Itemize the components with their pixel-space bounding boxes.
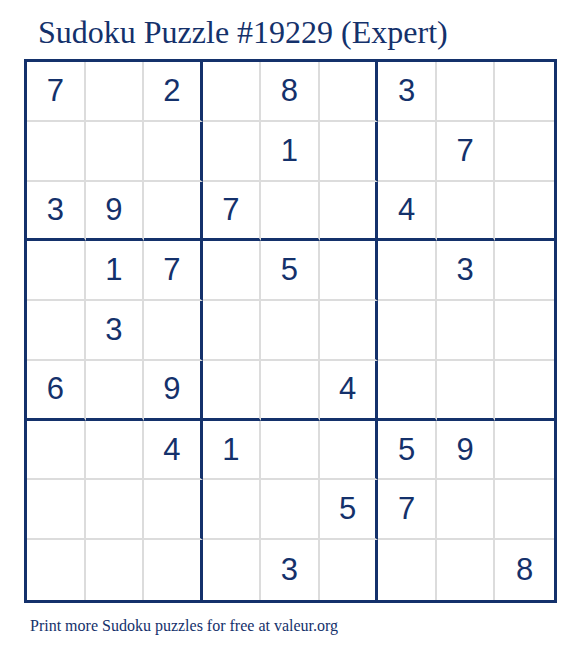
cell-r4c3[interactable]: 7	[144, 241, 203, 301]
cell-r2c6[interactable]	[320, 122, 379, 182]
cell-r5c5[interactable]	[261, 301, 320, 361]
cell-r1c5[interactable]: 8	[261, 62, 320, 122]
cell-r2c9[interactable]	[495, 122, 554, 182]
cell-r3c1[interactable]: 3	[27, 182, 86, 242]
cell-r3c2[interactable]: 9	[86, 182, 145, 242]
cell-r6c8[interactable]	[437, 361, 496, 421]
cell-r6c6[interactable]: 4	[320, 361, 379, 421]
cell-r8c8[interactable]	[437, 480, 496, 540]
cell-r9c1[interactable]	[27, 540, 86, 600]
cell-r2c4[interactable]	[203, 122, 262, 182]
cell-r3c5[interactable]	[261, 182, 320, 242]
cell-r3c6[interactable]	[320, 182, 379, 242]
cell-r7c1[interactable]	[27, 421, 86, 481]
cell-r9c5[interactable]: 3	[261, 540, 320, 600]
cell-r6c9[interactable]	[495, 361, 554, 421]
cell-r6c7[interactable]	[378, 361, 437, 421]
cell-r2c2[interactable]	[86, 122, 145, 182]
cell-r9c7[interactable]	[378, 540, 437, 600]
cell-r8c7[interactable]: 7	[378, 480, 437, 540]
cell-r1c4[interactable]	[203, 62, 262, 122]
cell-r1c3[interactable]: 2	[144, 62, 203, 122]
cell-r9c3[interactable]	[144, 540, 203, 600]
cell-r1c1[interactable]: 7	[27, 62, 86, 122]
cell-r3c7[interactable]: 4	[378, 182, 437, 242]
cell-r7c3[interactable]: 4	[144, 421, 203, 481]
cell-r2c8[interactable]: 7	[437, 122, 496, 182]
cell-r4c4[interactable]	[203, 241, 262, 301]
cell-r4c6[interactable]	[320, 241, 379, 301]
cell-r8c4[interactable]	[203, 480, 262, 540]
cell-r4c5[interactable]: 5	[261, 241, 320, 301]
cell-r8c6[interactable]: 5	[320, 480, 379, 540]
cell-r6c3[interactable]: 9	[144, 361, 203, 421]
cell-r7c2[interactable]	[86, 421, 145, 481]
cell-r1c6[interactable]	[320, 62, 379, 122]
cell-r4c8[interactable]: 3	[437, 241, 496, 301]
cell-r1c8[interactable]	[437, 62, 496, 122]
cell-r1c2[interactable]	[86, 62, 145, 122]
cell-r7c4[interactable]: 1	[203, 421, 262, 481]
cell-r2c5[interactable]: 1	[261, 122, 320, 182]
cell-r4c7[interactable]	[378, 241, 437, 301]
cell-r5c8[interactable]	[437, 301, 496, 361]
cell-r3c3[interactable]	[144, 182, 203, 242]
cell-r8c1[interactable]	[27, 480, 86, 540]
cell-r2c7[interactable]	[378, 122, 437, 182]
cell-r5c3[interactable]	[144, 301, 203, 361]
cell-r6c1[interactable]: 6	[27, 361, 86, 421]
cell-r8c2[interactable]	[86, 480, 145, 540]
cell-r2c1[interactable]	[27, 122, 86, 182]
cell-r5c6[interactable]	[320, 301, 379, 361]
cell-r5c9[interactable]	[495, 301, 554, 361]
cell-r4c2[interactable]: 1	[86, 241, 145, 301]
cell-r9c8[interactable]	[437, 540, 496, 600]
cell-r5c4[interactable]	[203, 301, 262, 361]
sudoku-grid: 72831739741753369441595738	[24, 59, 557, 603]
cell-r5c7[interactable]	[378, 301, 437, 361]
cell-r2c3[interactable]	[144, 122, 203, 182]
cell-r8c5[interactable]	[261, 480, 320, 540]
cell-r1c9[interactable]	[495, 62, 554, 122]
cell-r9c9[interactable]: 8	[495, 540, 554, 600]
cell-r7c7[interactable]: 5	[378, 421, 437, 481]
cell-r8c3[interactable]	[144, 480, 203, 540]
cell-r3c9[interactable]	[495, 182, 554, 242]
cell-r9c4[interactable]	[203, 540, 262, 600]
cell-r9c6[interactable]	[320, 540, 379, 600]
cell-r1c7[interactable]: 3	[378, 62, 437, 122]
footer-text: Print more Sudoku puzzles for free at va…	[30, 616, 338, 635]
cell-r5c2[interactable]: 3	[86, 301, 145, 361]
cell-r7c5[interactable]	[261, 421, 320, 481]
cell-r7c9[interactable]	[495, 421, 554, 481]
cell-r7c8[interactable]: 9	[437, 421, 496, 481]
cell-r3c8[interactable]	[437, 182, 496, 242]
cell-r4c9[interactable]	[495, 241, 554, 301]
cell-r8c9[interactable]	[495, 480, 554, 540]
cell-r4c1[interactable]	[27, 241, 86, 301]
cell-r5c1[interactable]	[27, 301, 86, 361]
cell-r7c6[interactable]	[320, 421, 379, 481]
puzzle-title: Sudoku Puzzle #19229 (Expert)	[38, 16, 448, 48]
cell-r3c4[interactable]: 7	[203, 182, 262, 242]
cell-r6c5[interactable]	[261, 361, 320, 421]
cell-r6c4[interactable]	[203, 361, 262, 421]
cell-r9c2[interactable]	[86, 540, 145, 600]
cell-r6c2[interactable]	[86, 361, 145, 421]
